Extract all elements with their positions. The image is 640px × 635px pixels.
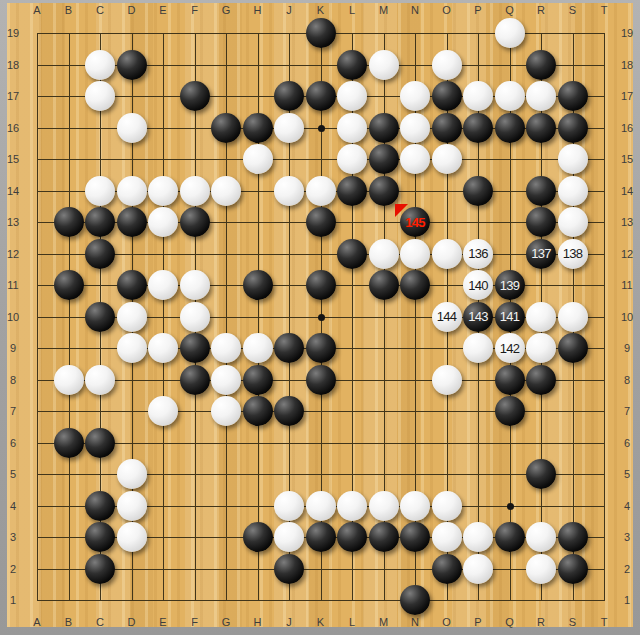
coord-label-left: 11	[0, 279, 26, 291]
white-stone-c18	[85, 50, 115, 80]
white-stone-c14	[85, 176, 115, 206]
black-stone-k8	[306, 365, 336, 395]
white-stone-d14	[117, 176, 147, 206]
coord-label-top: O	[437, 4, 457, 16]
white-stone-j4	[274, 491, 304, 521]
black-stone-n3	[400, 522, 430, 552]
coord-label-right: 13	[614, 216, 640, 228]
coord-label-top: C	[90, 4, 110, 16]
grid-line-horizontal	[37, 443, 605, 444]
black-stone-g16	[211, 113, 241, 143]
coord-label-left: 1	[0, 594, 26, 606]
coord-label-left: 3	[0, 531, 26, 543]
coord-label-top: G	[216, 4, 236, 16]
coord-label-bottom: T	[594, 616, 614, 628]
coord-label-right: 11	[614, 279, 640, 291]
coord-label-bottom: K	[311, 616, 331, 628]
black-stone-r12: 137	[526, 239, 556, 269]
black-stone-m16	[369, 113, 399, 143]
coord-label-top: D	[122, 4, 142, 16]
white-stone-p2	[463, 554, 493, 584]
coord-label-left: 13	[0, 216, 26, 228]
black-stone-f17	[180, 81, 210, 111]
black-stone-s9	[558, 333, 588, 363]
white-stone-n17	[400, 81, 430, 111]
white-stone-n16	[400, 113, 430, 143]
coord-label-bottom: N	[405, 616, 425, 628]
white-stone-l16	[337, 113, 367, 143]
coord-label-left: 2	[0, 563, 26, 575]
black-stone-c13	[85, 207, 115, 237]
white-stone-g9	[211, 333, 241, 363]
black-stone-o17	[432, 81, 462, 111]
black-stone-o16	[432, 113, 462, 143]
black-stone-h7	[243, 396, 273, 426]
black-stone-r16	[526, 113, 556, 143]
coord-label-left: 7	[0, 405, 26, 417]
black-stone-q11: 139	[495, 270, 525, 300]
white-stone-m12	[369, 239, 399, 269]
coord-label-left: 18	[0, 59, 26, 71]
coord-label-bottom: S	[563, 616, 583, 628]
black-stone-l18	[337, 50, 367, 80]
coord-label-top: F	[185, 4, 205, 16]
black-stone-d18	[117, 50, 147, 80]
white-stone-f10	[180, 302, 210, 332]
white-stone-l4	[337, 491, 367, 521]
black-stone-m3	[369, 522, 399, 552]
white-stone-e7	[148, 396, 178, 426]
coord-label-bottom: Q	[500, 616, 520, 628]
black-stone-f13	[180, 207, 210, 237]
white-stone-o10: 144	[432, 302, 462, 332]
white-stone-e14	[148, 176, 178, 206]
black-stone-c2	[85, 554, 115, 584]
coord-label-bottom: A	[27, 616, 47, 628]
black-stone-b6	[54, 428, 84, 458]
black-stone-m11	[369, 270, 399, 300]
white-stone-r3	[526, 522, 556, 552]
coord-label-left: 4	[0, 500, 26, 512]
black-stone-b11	[54, 270, 84, 300]
coord-label-top: M	[374, 4, 394, 16]
black-stone-k11	[306, 270, 336, 300]
coord-label-right: 15	[614, 153, 640, 165]
white-stone-h15	[243, 144, 273, 174]
coord-label-right: 14	[614, 185, 640, 197]
white-stone-d16	[117, 113, 147, 143]
black-stone-q7	[495, 396, 525, 426]
black-stone-h8	[243, 365, 273, 395]
white-stone-s13	[558, 207, 588, 237]
move-number-label: 137	[526, 239, 556, 269]
move-number-label: 144	[432, 302, 462, 332]
move-number-label: 142	[495, 333, 525, 363]
move-number-label: 145	[400, 207, 430, 237]
coord-label-right: 8	[614, 374, 640, 386]
black-stone-j17	[274, 81, 304, 111]
coord-label-right: 18	[614, 59, 640, 71]
coord-label-bottom: M	[374, 616, 394, 628]
white-stone-b8	[54, 365, 84, 395]
white-stone-e11	[148, 270, 178, 300]
white-stone-r17	[526, 81, 556, 111]
coord-label-bottom: G	[216, 616, 236, 628]
black-stone-l14	[337, 176, 367, 206]
white-stone-e13	[148, 207, 178, 237]
black-stone-m14	[369, 176, 399, 206]
coord-label-bottom: C	[90, 616, 110, 628]
white-stone-r9	[526, 333, 556, 363]
black-stone-k13	[306, 207, 336, 237]
white-stone-l15	[337, 144, 367, 174]
go-board[interactable]: AABBCCDDEEFFGGHHJJKKLLMMNNOOPPQQRRSSTT19…	[0, 0, 640, 635]
coord-label-right: 12	[614, 248, 640, 260]
black-stone-q10: 141	[495, 302, 525, 332]
white-stone-d5	[117, 459, 147, 489]
coord-label-top: E	[153, 4, 173, 16]
white-stone-g8	[211, 365, 241, 395]
white-stone-p17	[463, 81, 493, 111]
black-stone-h11	[243, 270, 273, 300]
black-stone-r13	[526, 207, 556, 237]
black-stone-p10: 143	[463, 302, 493, 332]
white-stone-k14	[306, 176, 336, 206]
star-point	[318, 314, 325, 321]
coord-label-bottom: H	[248, 616, 268, 628]
coord-label-bottom: E	[153, 616, 173, 628]
white-stone-g7	[211, 396, 241, 426]
black-stone-l12	[337, 239, 367, 269]
white-stone-s10	[558, 302, 588, 332]
coord-label-bottom: D	[122, 616, 142, 628]
move-number-label: 136	[463, 239, 493, 269]
coord-label-left: 17	[0, 90, 26, 102]
black-stone-d13	[117, 207, 147, 237]
coord-label-right: 10	[614, 311, 640, 323]
coord-label-left: 16	[0, 122, 26, 134]
coord-label-top: P	[468, 4, 488, 16]
coord-label-left: 14	[0, 185, 26, 197]
white-stone-r10	[526, 302, 556, 332]
white-stone-f14	[180, 176, 210, 206]
black-stone-r8	[526, 365, 556, 395]
white-stone-q9: 142	[495, 333, 525, 363]
coord-label-right: 5	[614, 468, 640, 480]
coord-label-top: N	[405, 4, 425, 16]
coord-label-top: B	[59, 4, 79, 16]
black-stone-s3	[558, 522, 588, 552]
black-stone-s16	[558, 113, 588, 143]
white-stone-s14	[558, 176, 588, 206]
black-stone-r18	[526, 50, 556, 80]
coord-label-top: H	[248, 4, 268, 16]
coord-label-bottom: R	[531, 616, 551, 628]
black-stone-c3	[85, 522, 115, 552]
white-stone-k4	[306, 491, 336, 521]
coord-label-left: 19	[0, 27, 26, 39]
move-number-label: 143	[463, 302, 493, 332]
black-stone-c10	[85, 302, 115, 332]
black-stone-c12	[85, 239, 115, 269]
coord-label-right: 6	[614, 437, 640, 449]
white-stone-f11	[180, 270, 210, 300]
white-stone-j16	[274, 113, 304, 143]
coord-label-top: S	[563, 4, 583, 16]
coord-label-top: T	[594, 4, 614, 16]
coord-label-top: A	[27, 4, 47, 16]
coord-label-top: Q	[500, 4, 520, 16]
coord-label-right: 2	[614, 563, 640, 575]
coord-label-bottom: J	[279, 616, 299, 628]
white-stone-q17	[495, 81, 525, 111]
white-stone-n4	[400, 491, 430, 521]
coord-label-left: 9	[0, 342, 26, 354]
white-stone-q19	[495, 18, 525, 48]
coord-label-bottom: F	[185, 616, 205, 628]
coord-label-right: 4	[614, 500, 640, 512]
coord-label-left: 6	[0, 437, 26, 449]
star-point	[507, 503, 514, 510]
black-stone-j9	[274, 333, 304, 363]
black-stone-l3	[337, 522, 367, 552]
black-stone-j7	[274, 396, 304, 426]
black-stone-r5	[526, 459, 556, 489]
coord-label-left: 12	[0, 248, 26, 260]
black-stone-c6	[85, 428, 115, 458]
white-stone-d10	[117, 302, 147, 332]
white-stone-o3	[432, 522, 462, 552]
black-stone-m15	[369, 144, 399, 174]
white-stone-r2	[526, 554, 556, 584]
white-stone-n15	[400, 144, 430, 174]
black-stone-n13: 145	[400, 207, 430, 237]
white-stone-n12	[400, 239, 430, 269]
black-stone-s17	[558, 81, 588, 111]
white-stone-p9	[463, 333, 493, 363]
coord-label-top: J	[279, 4, 299, 16]
black-stone-h16	[243, 113, 273, 143]
black-stone-k3	[306, 522, 336, 552]
white-stone-p3	[463, 522, 493, 552]
move-number-label: 140	[463, 270, 493, 300]
black-stone-n1	[400, 585, 430, 615]
black-stone-c4	[85, 491, 115, 521]
white-stone-c8	[85, 365, 115, 395]
coord-label-right: 3	[614, 531, 640, 543]
star-point	[318, 125, 325, 132]
black-stone-s2	[558, 554, 588, 584]
white-stone-j14	[274, 176, 304, 206]
white-stone-d3	[117, 522, 147, 552]
white-stone-j3	[274, 522, 304, 552]
coord-label-bottom: B	[59, 616, 79, 628]
white-stone-d9	[117, 333, 147, 363]
grid-line-horizontal	[37, 600, 605, 601]
coord-label-bottom: P	[468, 616, 488, 628]
coord-label-left: 15	[0, 153, 26, 165]
white-stone-m18	[369, 50, 399, 80]
move-number-label: 138	[558, 239, 588, 269]
coord-label-right: 16	[614, 122, 640, 134]
coord-label-left: 5	[0, 468, 26, 480]
white-stone-o18	[432, 50, 462, 80]
coord-label-left: 8	[0, 374, 26, 386]
coord-label-right: 1	[614, 594, 640, 606]
white-stone-s12: 138	[558, 239, 588, 269]
white-stone-o4	[432, 491, 462, 521]
white-stone-o15	[432, 144, 462, 174]
coord-label-right: 19	[614, 27, 640, 39]
grid-line-vertical	[604, 33, 605, 601]
coord-label-right: 17	[614, 90, 640, 102]
white-stone-o8	[432, 365, 462, 395]
black-stone-q3	[495, 522, 525, 552]
white-stone-s15	[558, 144, 588, 174]
white-stone-c17	[85, 81, 115, 111]
coord-label-bottom: L	[342, 616, 362, 628]
black-stone-q16	[495, 113, 525, 143]
black-stone-j2	[274, 554, 304, 584]
coord-label-bottom: O	[437, 616, 457, 628]
white-stone-e9	[148, 333, 178, 363]
coord-label-right: 7	[614, 405, 640, 417]
white-stone-p11: 140	[463, 270, 493, 300]
white-stone-g14	[211, 176, 241, 206]
black-stone-n11	[400, 270, 430, 300]
black-stone-d11	[117, 270, 147, 300]
black-stone-p14	[463, 176, 493, 206]
coord-label-right: 9	[614, 342, 640, 354]
white-stone-l17	[337, 81, 367, 111]
black-stone-p16	[463, 113, 493, 143]
grid-line-horizontal	[37, 569, 605, 570]
black-stone-o2	[432, 554, 462, 584]
black-stone-f8	[180, 365, 210, 395]
black-stone-q8	[495, 365, 525, 395]
black-stone-f9	[180, 333, 210, 363]
black-stone-k19	[306, 18, 336, 48]
black-stone-k17	[306, 81, 336, 111]
white-stone-d4	[117, 491, 147, 521]
move-number-label: 141	[495, 302, 525, 332]
coord-label-top: R	[531, 4, 551, 16]
black-stone-k9	[306, 333, 336, 363]
black-stone-h3	[243, 522, 273, 552]
white-stone-h9	[243, 333, 273, 363]
move-number-label: 139	[495, 270, 525, 300]
white-stone-m4	[369, 491, 399, 521]
coord-label-top: L	[342, 4, 362, 16]
white-stone-o12	[432, 239, 462, 269]
coord-label-top: K	[311, 4, 331, 16]
white-stone-p12: 136	[463, 239, 493, 269]
black-stone-b13	[54, 207, 84, 237]
coord-label-left: 10	[0, 311, 26, 323]
black-stone-r14	[526, 176, 556, 206]
